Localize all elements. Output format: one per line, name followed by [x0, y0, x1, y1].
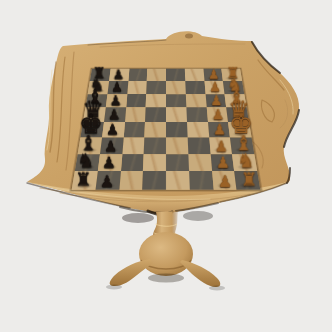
board-square: [186, 94, 207, 108]
under-table-shadow-right: [183, 211, 213, 221]
board-square: ♟: [210, 154, 234, 171]
board-square: [188, 154, 212, 171]
board-square: [126, 94, 147, 108]
board-square: [166, 137, 188, 153]
board-square: [143, 154, 166, 171]
pedestal-leg-left: [110, 259, 153, 286]
board-square: [145, 108, 166, 122]
board-square: ♟: [100, 137, 123, 153]
chess-piece-brown-pawn: ♟: [212, 107, 225, 121]
board-square: [189, 171, 213, 190]
chess-piece-black-pawn: ♟: [108, 107, 121, 121]
chess-piece-brown-pawn: ♟: [210, 93, 222, 107]
board-square: [145, 122, 166, 137]
board-square: [127, 81, 147, 94]
chess-piece-brown-pawn: ♟: [216, 155, 230, 170]
board-square: [142, 171, 166, 190]
board-square: [166, 171, 190, 190]
board-square: [144, 137, 166, 153]
board-square: [146, 94, 166, 108]
board-square: [166, 81, 186, 94]
chess-piece-brown-knight: ♞: [237, 151, 255, 171]
chess-piece-black-pawn: ♟: [100, 173, 114, 189]
board-square: ♟: [104, 108, 126, 122]
leg-foot-shadow-left: [106, 285, 122, 290]
board-square: ♟: [98, 154, 122, 171]
chess-piece-black-pawn: ♟: [104, 138, 117, 153]
board-square: [147, 69, 166, 81]
board-square: [166, 69, 185, 81]
board-square: ♟: [212, 171, 237, 190]
board-square: ♟: [102, 122, 125, 137]
board-square: ♜: [234, 171, 260, 190]
board-square: [122, 137, 145, 153]
board-square: [120, 154, 144, 171]
board-square: ♟: [209, 137, 232, 153]
hub-ground-shadow: [148, 274, 184, 283]
board-square: [185, 81, 205, 94]
board-square: [146, 81, 166, 94]
board-square: ♟: [206, 108, 228, 122]
board-square: [187, 122, 209, 137]
chess-piece-brown-pawn: ♟: [214, 138, 227, 153]
chess-piece-black-pawn: ♟: [106, 122, 119, 136]
board-square: [166, 154, 189, 171]
board-square: [128, 69, 148, 81]
board-square: ♟: [95, 171, 120, 190]
chess-piece-brown-rook: ♜: [240, 171, 256, 189]
chess-piece-black-pawn: ♟: [102, 155, 116, 170]
board-perspective-wrap: ♜♟♟♜♞♟♟♞♝♟♟♝♛♟♟♛♚♟♟♚♝♟♟♝♞♟♟♞♜♟♟♜: [83, 34, 249, 210]
board-square: [186, 108, 207, 122]
board-square: [166, 122, 187, 137]
chess-board: ♜♟♟♜♞♟♟♞♝♟♟♝♛♟♟♛♚♟♟♚♝♟♟♝♞♟♟♞♜♟♟♜: [72, 69, 261, 190]
board-square: [125, 108, 146, 122]
under-table-shadow-left: [122, 213, 154, 223]
leg-foot-shadow-right: [209, 286, 225, 291]
chess-piece-black-pawn: ♟: [110, 93, 122, 107]
board-square: [187, 137, 210, 153]
chess-piece-black-rook: ♜: [75, 171, 91, 189]
chess-piece-brown-pawn: ♟: [218, 173, 232, 189]
board-square: [185, 69, 205, 81]
board-square: [166, 108, 187, 122]
chess-piece-black-knight: ♞: [77, 151, 95, 171]
board-square: [119, 171, 143, 190]
board-square: [123, 122, 145, 137]
chess-table-photo: ♜♟♟♜♞♟♟♞♝♟♟♝♛♟♟♛♚♟♟♚♝♟♟♝♞♟♟♞♜♟♟♜: [0, 0, 332, 332]
pedestal-leg-right: [180, 260, 220, 287]
board-square: ♟: [208, 122, 231, 137]
board-square: [166, 94, 186, 108]
board-square: ♜: [72, 171, 98, 190]
chess-piece-brown-pawn: ♟: [213, 122, 226, 136]
